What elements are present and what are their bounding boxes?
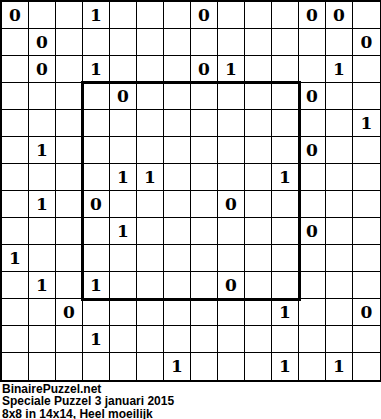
cell-r1c11[interactable]: [299, 29, 326, 56]
cell-r11c3[interactable]: [83, 299, 110, 326]
cell-r2c11[interactable]: [299, 56, 326, 83]
cell-r2c9[interactable]: [245, 56, 272, 83]
cell-r13c1[interactable]: [29, 353, 56, 380]
cell-r13c3[interactable]: [83, 353, 110, 380]
cell-r13c13[interactable]: [353, 353, 380, 380]
cell-r8c0[interactable]: [2, 218, 29, 245]
cell-r4c0[interactable]: [2, 110, 29, 137]
cell-r7c4[interactable]: [110, 191, 137, 218]
puzzle-subtitle: 8x8 in 14x14, Heel moeilijk: [2, 408, 381, 419]
cell-r6c0[interactable]: [2, 164, 29, 191]
cell-r7c11[interactable]: [299, 191, 326, 218]
cell-r9c9[interactable]: [245, 245, 272, 272]
cell-r3c5[interactable]: [137, 83, 164, 110]
cell-r7c0[interactable]: [2, 191, 29, 218]
cell-r10c6[interactable]: [164, 272, 191, 299]
cell-r1c1-given: 0: [29, 29, 56, 56]
cell-r7c5[interactable]: [137, 191, 164, 218]
cell-r3c9[interactable]: [245, 83, 272, 110]
cell-r5c11-given: 0: [299, 137, 326, 164]
cell-r5c5[interactable]: [137, 137, 164, 164]
cell-r12c7[interactable]: [191, 326, 218, 353]
cell-r2c4[interactable]: [110, 56, 137, 83]
cell-r8c1[interactable]: [29, 218, 56, 245]
cell-r4c4[interactable]: [110, 110, 137, 137]
cell-r12c13[interactable]: [353, 326, 380, 353]
cell-r11c9[interactable]: [245, 299, 272, 326]
cell-r11c12[interactable]: [326, 299, 353, 326]
cell-r7c8-given: 0: [218, 191, 245, 218]
cell-r9c13[interactable]: [353, 245, 380, 272]
cell-r7c7[interactable]: [191, 191, 218, 218]
cell-r2c13[interactable]: [353, 56, 380, 83]
cell-r3c2[interactable]: [56, 83, 83, 110]
cell-r11c5[interactable]: [137, 299, 164, 326]
puzzle-board: 010000001011001101111001011100101111: [0, 0, 381, 382]
cell-r0c7-given: 0: [191, 2, 218, 29]
cell-r13c6-given: 1: [164, 353, 191, 380]
cell-r1c8[interactable]: [218, 29, 245, 56]
cell-r6c2[interactable]: [56, 164, 83, 191]
cell-r11c7[interactable]: [191, 299, 218, 326]
cell-r1c3[interactable]: [83, 29, 110, 56]
cell-r10c13[interactable]: [353, 272, 380, 299]
cell-r1c6[interactable]: [164, 29, 191, 56]
cell-r13c9[interactable]: [245, 353, 272, 380]
cell-r9c2[interactable]: [56, 245, 83, 272]
cell-r10c9[interactable]: [245, 272, 272, 299]
cell-r7c13[interactable]: [353, 191, 380, 218]
cell-r12c8[interactable]: [218, 326, 245, 353]
cell-r6c10-given: 1: [272, 164, 299, 191]
cell-r9c3[interactable]: [83, 245, 110, 272]
cell-r3c3[interactable]: [83, 83, 110, 110]
cell-r7c10[interactable]: [272, 191, 299, 218]
cell-r10c7[interactable]: [191, 272, 218, 299]
cell-r0c1[interactable]: [29, 2, 56, 29]
cell-r9c8[interactable]: [218, 245, 245, 272]
cell-r4c3[interactable]: [83, 110, 110, 137]
cell-r4c11[interactable]: [299, 110, 326, 137]
cell-r12c6[interactable]: [164, 326, 191, 353]
cell-r8c4-given: 1: [110, 218, 137, 245]
cell-r11c10-given: 1: [272, 299, 299, 326]
cell-r11c0[interactable]: [2, 299, 29, 326]
cell-r4c7[interactable]: [191, 110, 218, 137]
cell-r10c12[interactable]: [326, 272, 353, 299]
cell-r0c5[interactable]: [137, 2, 164, 29]
cell-r12c2[interactable]: [56, 326, 83, 353]
cell-r3c6[interactable]: [164, 83, 191, 110]
cell-r12c1[interactable]: [29, 326, 56, 353]
cell-r5c3[interactable]: [83, 137, 110, 164]
cell-r7c2[interactable]: [56, 191, 83, 218]
cell-r3c13[interactable]: [353, 83, 380, 110]
cell-r5c0[interactable]: [2, 137, 29, 164]
cell-r4c6[interactable]: [164, 110, 191, 137]
cell-r12c5[interactable]: [137, 326, 164, 353]
cell-r1c13-given: 0: [353, 29, 380, 56]
cell-r2c12-given: 1: [326, 56, 353, 83]
cell-r0c13[interactable]: [353, 2, 380, 29]
cell-r13c12-given: 1: [326, 353, 353, 380]
cell-r10c0[interactable]: [2, 272, 29, 299]
cell-r3c1[interactable]: [29, 83, 56, 110]
cell-r0c2[interactable]: [56, 2, 83, 29]
cell-r11c4[interactable]: [110, 299, 137, 326]
cell-r8c8[interactable]: [218, 218, 245, 245]
cell-r9c12[interactable]: [326, 245, 353, 272]
cell-r2c0[interactable]: [2, 56, 29, 83]
cell-r3c0[interactable]: [2, 83, 29, 110]
cell-r10c2[interactable]: [56, 272, 83, 299]
cell-r10c11[interactable]: [299, 272, 326, 299]
cell-r1c4[interactable]: [110, 29, 137, 56]
cell-r4c5[interactable]: [137, 110, 164, 137]
cell-r13c5[interactable]: [137, 353, 164, 380]
cell-r11c6[interactable]: [164, 299, 191, 326]
cell-r7c6[interactable]: [164, 191, 191, 218]
cell-r12c11[interactable]: [299, 326, 326, 353]
cell-r13c2[interactable]: [56, 353, 83, 380]
cell-r12c4[interactable]: [110, 326, 137, 353]
cell-r0c3-given: 1: [83, 2, 110, 29]
cell-r12c10[interactable]: [272, 326, 299, 353]
cell-r1c2[interactable]: [56, 29, 83, 56]
cell-r7c12[interactable]: [326, 191, 353, 218]
footer: BinairePuzzel.net Speciale Puzzel 3 janu…: [0, 382, 381, 419]
cell-r6c6[interactable]: [164, 164, 191, 191]
cell-r8c9[interactable]: [245, 218, 272, 245]
cell-r11c11[interactable]: [299, 299, 326, 326]
cell-r7c3-given: 0: [83, 191, 110, 218]
cell-r1c12[interactable]: [326, 29, 353, 56]
cell-r5c1-given: 1: [29, 137, 56, 164]
cell-r10c1-given: 1: [29, 272, 56, 299]
cell-r9c1[interactable]: [29, 245, 56, 272]
cell-r13c11[interactable]: [299, 353, 326, 380]
cell-r13c7[interactable]: [191, 353, 218, 380]
cell-r3c8[interactable]: [218, 83, 245, 110]
cell-r6c12[interactable]: [326, 164, 353, 191]
cell-r2c10[interactable]: [272, 56, 299, 83]
cell-r4c9[interactable]: [245, 110, 272, 137]
binary-puzzle-grid: 010000001011001101111001011100101111: [2, 2, 380, 380]
cell-r2c6[interactable]: [164, 56, 191, 83]
cell-r8c10[interactable]: [272, 218, 299, 245]
cell-r5c4[interactable]: [110, 137, 137, 164]
cell-r6c7[interactable]: [191, 164, 218, 191]
cell-r13c8[interactable]: [218, 353, 245, 380]
cell-r0c12-given: 0: [326, 2, 353, 29]
cell-r0c9[interactable]: [245, 2, 272, 29]
cell-r5c9[interactable]: [245, 137, 272, 164]
cell-r12c9[interactable]: [245, 326, 272, 353]
cell-r13c10-given: 1: [272, 353, 299, 380]
cell-r10c3-given: 1: [83, 272, 110, 299]
cell-r5c13[interactable]: [353, 137, 380, 164]
cell-r8c2[interactable]: [56, 218, 83, 245]
cell-r8c6[interactable]: [164, 218, 191, 245]
cell-r11c13-given: 0: [353, 299, 380, 326]
cell-r1c10[interactable]: [272, 29, 299, 56]
cell-r0c0-given: 0: [2, 2, 29, 29]
cell-r10c10[interactable]: [272, 272, 299, 299]
cell-r8c11-given: 0: [299, 218, 326, 245]
cell-r9c0-given: 1: [2, 245, 29, 272]
cell-r5c2[interactable]: [56, 137, 83, 164]
cell-r6c5-given: 1: [137, 164, 164, 191]
cell-r4c13-given: 1: [353, 110, 380, 137]
cell-r6c13[interactable]: [353, 164, 380, 191]
cell-r5c12[interactable]: [326, 137, 353, 164]
cell-r1c5[interactable]: [137, 29, 164, 56]
cell-r6c1[interactable]: [29, 164, 56, 191]
cell-r5c7[interactable]: [191, 137, 218, 164]
cell-r6c9[interactable]: [245, 164, 272, 191]
cell-r8c12[interactable]: [326, 218, 353, 245]
cell-r3c4-given: 0: [110, 83, 137, 110]
cell-r4c10[interactable]: [272, 110, 299, 137]
cell-r5c8[interactable]: [218, 137, 245, 164]
cell-r4c2[interactable]: [56, 110, 83, 137]
cell-r10c4[interactable]: [110, 272, 137, 299]
cell-r13c0[interactable]: [2, 353, 29, 380]
cell-r9c6[interactable]: [164, 245, 191, 272]
cell-r6c4-given: 1: [110, 164, 137, 191]
cell-r4c1[interactable]: [29, 110, 56, 137]
cell-r12c3-given: 1: [83, 326, 110, 353]
cell-r1c9[interactable]: [245, 29, 272, 56]
cell-r1c7[interactable]: [191, 29, 218, 56]
cell-r8c13[interactable]: [353, 218, 380, 245]
cell-r4c8[interactable]: [218, 110, 245, 137]
cell-r2c3-given: 1: [83, 56, 110, 83]
cell-r10c8-given: 0: [218, 272, 245, 299]
cell-r8c7[interactable]: [191, 218, 218, 245]
cell-r7c1-given: 1: [29, 191, 56, 218]
cell-r3c10[interactable]: [272, 83, 299, 110]
cell-r0c6[interactable]: [164, 2, 191, 29]
cell-r2c2[interactable]: [56, 56, 83, 83]
cell-r2c5[interactable]: [137, 56, 164, 83]
cell-r5c6[interactable]: [164, 137, 191, 164]
cell-r0c11-given: 0: [299, 2, 326, 29]
cell-r2c7-given: 0: [191, 56, 218, 83]
cell-r11c2-given: 0: [56, 299, 83, 326]
cell-r9c7[interactable]: [191, 245, 218, 272]
cell-r2c8-given: 1: [218, 56, 245, 83]
cell-r3c12[interactable]: [326, 83, 353, 110]
cell-r0c8[interactable]: [218, 2, 245, 29]
cell-r6c11[interactable]: [299, 164, 326, 191]
cell-r1c0[interactable]: [2, 29, 29, 56]
cell-r11c1[interactable]: [29, 299, 56, 326]
cell-r9c10[interactable]: [272, 245, 299, 272]
cell-r9c11[interactable]: [299, 245, 326, 272]
cell-r10c5[interactable]: [137, 272, 164, 299]
cell-r9c4[interactable]: [110, 245, 137, 272]
cell-r8c3[interactable]: [83, 218, 110, 245]
cell-r3c11-given: 0: [299, 83, 326, 110]
cell-r11c8[interactable]: [218, 299, 245, 326]
cell-r8c5[interactable]: [137, 218, 164, 245]
puzzle-title: Speciale Puzzel 3 januari 2015: [2, 395, 381, 407]
cell-r0c4[interactable]: [110, 2, 137, 29]
cell-r7c9[interactable]: [245, 191, 272, 218]
cell-r5c10[interactable]: [272, 137, 299, 164]
cell-r6c8[interactable]: [218, 164, 245, 191]
cell-r9c5[interactable]: [137, 245, 164, 272]
cell-r0c10[interactable]: [272, 2, 299, 29]
cell-r2c1-given: 0: [29, 56, 56, 83]
cell-r13c4[interactable]: [110, 353, 137, 380]
cell-r6c3[interactable]: [83, 164, 110, 191]
cell-r4c12[interactable]: [326, 110, 353, 137]
cell-r12c12[interactable]: [326, 326, 353, 353]
cell-r12c0[interactable]: [2, 326, 29, 353]
cell-r3c7[interactable]: [191, 83, 218, 110]
